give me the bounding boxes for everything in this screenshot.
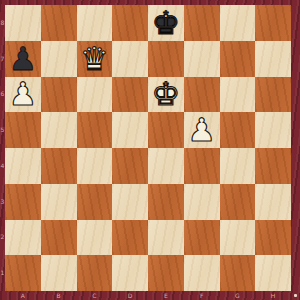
- square-b8[interactable]: [41, 5, 77, 41]
- file-label-d: D: [112, 291, 148, 300]
- square-b3[interactable]: [41, 184, 77, 220]
- file-label-b: B: [41, 291, 77, 300]
- white-pawn-piece[interactable]: ♟: [9, 78, 38, 110]
- square-a2[interactable]: [5, 220, 41, 256]
- square-h4[interactable]: [255, 148, 291, 184]
- square-a8[interactable]: [5, 5, 41, 41]
- square-e5[interactable]: [148, 112, 184, 148]
- square-a7[interactable]: ♟: [5, 41, 41, 77]
- square-g4[interactable]: [220, 148, 256, 184]
- chess-board: ♚♟♛♟♚♟: [5, 5, 291, 291]
- square-g3[interactable]: [220, 184, 256, 220]
- file-label-g: G: [220, 291, 256, 300]
- square-c2[interactable]: [77, 220, 113, 256]
- chess-board-frame: 87654321 ABCDEFGH ♚♟♛♟♚♟: [0, 0, 300, 300]
- square-e4[interactable]: [148, 148, 184, 184]
- square-h7[interactable]: [255, 41, 291, 77]
- square-h6[interactable]: [255, 77, 291, 113]
- square-h1[interactable]: [255, 255, 291, 291]
- square-g1[interactable]: [220, 255, 256, 291]
- black-pawn-piece[interactable]: ♟: [9, 43, 38, 75]
- square-g6[interactable]: [220, 77, 256, 113]
- square-a1[interactable]: [5, 255, 41, 291]
- square-b4[interactable]: [41, 148, 77, 184]
- square-c6[interactable]: [77, 77, 113, 113]
- white-to-move-indicator-dot: [294, 294, 297, 297]
- square-b7[interactable]: [41, 41, 77, 77]
- file-labels: ABCDEFGH: [5, 291, 291, 300]
- square-d4[interactable]: [112, 148, 148, 184]
- square-a6[interactable]: ♟: [5, 77, 41, 113]
- file-label-a: A: [5, 291, 41, 300]
- file-label-e: E: [148, 291, 184, 300]
- square-h5[interactable]: [255, 112, 291, 148]
- square-h3[interactable]: [255, 184, 291, 220]
- square-d2[interactable]: [112, 220, 148, 256]
- square-d3[interactable]: [112, 184, 148, 220]
- square-c7[interactable]: ♛: [77, 41, 113, 77]
- square-d7[interactable]: [112, 41, 148, 77]
- square-c8[interactable]: [77, 5, 113, 41]
- square-b5[interactable]: [41, 112, 77, 148]
- square-g7[interactable]: [220, 41, 256, 77]
- square-f2[interactable]: [184, 220, 220, 256]
- black-king-piece[interactable]: ♚: [152, 7, 181, 39]
- white-pawn-piece[interactable]: ♟: [187, 114, 216, 146]
- square-e3[interactable]: [148, 184, 184, 220]
- square-f7[interactable]: [184, 41, 220, 77]
- square-f6[interactable]: [184, 77, 220, 113]
- square-d5[interactable]: [112, 112, 148, 148]
- square-c4[interactable]: [77, 148, 113, 184]
- square-f1[interactable]: [184, 255, 220, 291]
- square-b1[interactable]: [41, 255, 77, 291]
- square-c3[interactable]: [77, 184, 113, 220]
- square-g8[interactable]: [220, 5, 256, 41]
- square-e2[interactable]: [148, 220, 184, 256]
- square-h8[interactable]: [255, 5, 291, 41]
- square-f3[interactable]: [184, 184, 220, 220]
- white-queen-piece[interactable]: ♛: [80, 43, 109, 75]
- square-b2[interactable]: [41, 220, 77, 256]
- square-d6[interactable]: [112, 77, 148, 113]
- square-b6[interactable]: [41, 77, 77, 113]
- square-e7[interactable]: [148, 41, 184, 77]
- square-f4[interactable]: [184, 148, 220, 184]
- square-f8[interactable]: [184, 5, 220, 41]
- file-label-f: F: [184, 291, 220, 300]
- square-d8[interactable]: [112, 5, 148, 41]
- square-g2[interactable]: [220, 220, 256, 256]
- square-c1[interactable]: [77, 255, 113, 291]
- file-label-c: C: [77, 291, 113, 300]
- square-d1[interactable]: [112, 255, 148, 291]
- square-e8[interactable]: ♚: [148, 5, 184, 41]
- file-label-h: H: [255, 291, 291, 300]
- square-a3[interactable]: [5, 184, 41, 220]
- square-h2[interactable]: [255, 220, 291, 256]
- square-e1[interactable]: [148, 255, 184, 291]
- square-e6[interactable]: ♚: [148, 77, 184, 113]
- square-a4[interactable]: [5, 148, 41, 184]
- square-a5[interactable]: [5, 112, 41, 148]
- square-f5[interactable]: ♟: [184, 112, 220, 148]
- square-c5[interactable]: [77, 112, 113, 148]
- square-g5[interactable]: [220, 112, 256, 148]
- white-king-piece[interactable]: ♚: [152, 78, 181, 110]
